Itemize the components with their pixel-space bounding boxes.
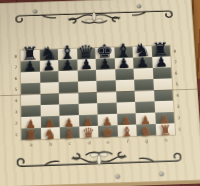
square-d6[interactable] <box>77 70 96 82</box>
square-g7[interactable]: ♟ <box>133 57 152 69</box>
square-f6[interactable] <box>115 69 134 81</box>
coordinate-label: 7 <box>15 63 18 71</box>
square-e4[interactable] <box>97 91 116 103</box>
square-a7[interactable]: ♟ <box>21 61 40 73</box>
coordinate-label: 3 <box>177 102 180 111</box>
square-h5[interactable] <box>153 78 172 90</box>
square-f5[interactable] <box>115 80 134 92</box>
square-h1[interactable]: ♜ <box>155 123 175 135</box>
coordinate-label: 1 <box>178 124 181 133</box>
coordinate-label: 1 <box>15 130 18 139</box>
square-c4[interactable] <box>59 93 78 105</box>
square-e5[interactable] <box>96 80 115 92</box>
square-d3[interactable] <box>78 103 97 115</box>
square-a4[interactable] <box>21 94 40 106</box>
square-c3[interactable] <box>59 104 78 116</box>
piece-white-rook[interactable]: ♜ <box>25 128 38 142</box>
square-e7[interactable]: ♟ <box>96 58 115 70</box>
square-g5[interactable] <box>134 79 153 91</box>
square-b7[interactable]: ♟ <box>39 60 58 72</box>
coordinate-label: 4 <box>176 91 179 99</box>
square-a3[interactable] <box>21 105 40 117</box>
square-h4[interactable] <box>153 89 173 101</box>
square-f7[interactable]: ♟ <box>114 58 133 70</box>
square-g1[interactable]: ♞ <box>136 124 156 136</box>
square-c7[interactable]: ♟ <box>58 59 77 71</box>
coordinate-label: 3 <box>15 107 18 116</box>
piece-white-knight[interactable]: ♞ <box>140 124 153 138</box>
coordinate-label: 6 <box>15 74 18 82</box>
chess-board: 87654321 87654321 abcdefgh ♜♞♝♛♚♝♞♜♟♟♟♟♟… <box>0 0 200 186</box>
piece-white-bishop[interactable]: ♝ <box>120 125 133 139</box>
square-g3[interactable] <box>135 101 155 113</box>
square-b4[interactable] <box>40 93 59 105</box>
square-d5[interactable] <box>77 81 96 93</box>
square-e3[interactable] <box>97 103 116 115</box>
square-h6[interactable] <box>152 67 171 79</box>
square-e6[interactable] <box>96 69 115 81</box>
coordinate-label: 7 <box>174 58 177 66</box>
square-e1[interactable]: ♚ <box>98 125 118 137</box>
coordinate-label: 2 <box>15 119 18 128</box>
square-c5[interactable] <box>59 82 78 94</box>
square-d7[interactable]: ♟ <box>77 59 96 71</box>
coordinate-label: 8 <box>173 47 176 55</box>
square-g4[interactable] <box>135 90 155 102</box>
piece-white-rook[interactable]: ♜ <box>159 123 172 137</box>
piece-white-king[interactable]: ♚ <box>101 125 114 139</box>
square-d1[interactable]: ♛ <box>79 126 99 138</box>
square-f3[interactable] <box>116 102 136 114</box>
photo-scene: 87654321 87654321 abcdefgh ♜♞♝♛♚♝♞♜♟♟♟♟♟… <box>0 0 200 186</box>
square-h3[interactable] <box>154 101 174 113</box>
coordinate-label: 4 <box>15 96 18 105</box>
coordinate-label: 8 <box>14 52 17 60</box>
square-c1[interactable]: ♝ <box>60 127 79 139</box>
piece-white-queen[interactable]: ♛ <box>82 126 95 140</box>
square-c6[interactable] <box>58 70 77 82</box>
square-a6[interactable] <box>21 72 40 84</box>
coordinate-label: 6 <box>174 69 177 77</box>
piece-white-knight[interactable]: ♞ <box>44 127 57 141</box>
hinge-screw <box>159 172 163 176</box>
hinge-screw <box>137 5 141 9</box>
square-g6[interactable] <box>134 68 153 80</box>
square-a5[interactable] <box>21 83 40 95</box>
hinge-screw <box>116 174 120 178</box>
square-d4[interactable] <box>78 92 97 104</box>
square-a1[interactable]: ♜ <box>21 128 40 140</box>
square-f4[interactable] <box>116 91 135 103</box>
coordinate-label: 5 <box>175 80 178 88</box>
square-b3[interactable] <box>40 104 59 116</box>
piece-white-bishop[interactable]: ♝ <box>63 127 76 141</box>
square-b6[interactable] <box>40 71 59 83</box>
square-b1[interactable]: ♞ <box>41 127 60 139</box>
coordinate-label: 2 <box>177 113 180 122</box>
bottom-ornament-icon <box>14 145 185 171</box>
square-b5[interactable] <box>40 82 59 94</box>
coordinate-label: 5 <box>15 85 18 93</box>
square-f1[interactable]: ♝ <box>117 125 137 137</box>
square-h7[interactable]: ♟ <box>152 56 171 68</box>
